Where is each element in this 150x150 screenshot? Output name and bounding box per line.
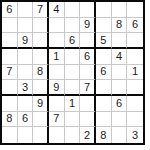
cell-r4c2[interactable]	[18, 49, 34, 65]
cell-r9c6[interactable]: 2	[80, 127, 96, 143]
cell-r7c2[interactable]	[18, 96, 34, 112]
cell-r1c5[interactable]	[65, 2, 81, 18]
cell-r1c8[interactable]	[112, 2, 128, 18]
cell-r9c2[interactable]	[18, 127, 34, 143]
cell-r7c5[interactable]: 1	[65, 96, 81, 112]
cell-r4c6[interactable]: 6	[80, 49, 96, 65]
cell-r8c7[interactable]	[96, 112, 112, 128]
cell-r9c8[interactable]	[112, 127, 128, 143]
cell-r3c5[interactable]: 6	[65, 33, 81, 49]
cell-r9c1[interactable]	[2, 127, 18, 143]
cell-r8c8[interactable]	[112, 112, 128, 128]
cell-r4c4[interactable]: 1	[49, 49, 65, 65]
cell-r3c9[interactable]	[127, 33, 143, 49]
cell-r7c7[interactable]	[96, 96, 112, 112]
cell-r6c6[interactable]: 7	[80, 80, 96, 96]
cell-r8c6[interactable]	[80, 112, 96, 128]
cell-r6c3[interactable]	[33, 80, 49, 96]
cell-r8c4[interactable]: 7	[49, 112, 65, 128]
sudoku-puzzle-image: 6749869651647861397916867283	[0, 0, 150, 150]
cell-r4c8[interactable]: 4	[112, 49, 128, 65]
cell-r7c9[interactable]	[127, 96, 143, 112]
cell-r7c3[interactable]: 9	[33, 96, 49, 112]
cell-r7c8[interactable]: 6	[112, 96, 128, 112]
cell-r3c1[interactable]	[2, 33, 18, 49]
cell-r6c8[interactable]	[112, 80, 128, 96]
cell-r4c1[interactable]	[2, 49, 18, 65]
cell-r9c7[interactable]: 8	[96, 127, 112, 143]
cell-r5c7[interactable]: 6	[96, 65, 112, 81]
cell-r8c5[interactable]	[65, 112, 81, 128]
cell-r2c6[interactable]: 9	[80, 18, 96, 34]
cell-r3c4[interactable]	[49, 33, 65, 49]
cell-r2c3[interactable]	[33, 18, 49, 34]
cell-r9c3[interactable]	[33, 127, 49, 143]
cell-r1c2[interactable]	[18, 2, 34, 18]
cell-r4c9[interactable]	[127, 49, 143, 65]
cell-r2c7[interactable]	[96, 18, 112, 34]
cell-r5c3[interactable]: 8	[33, 65, 49, 81]
cell-r1c9[interactable]	[127, 2, 143, 18]
cell-r1c7[interactable]	[96, 2, 112, 18]
cell-r3c2[interactable]: 9	[18, 33, 34, 49]
cell-r1c4[interactable]: 4	[49, 2, 65, 18]
cell-r6c2[interactable]: 3	[18, 80, 34, 96]
cell-r7c6[interactable]	[80, 96, 96, 112]
cell-r6c9[interactable]	[127, 80, 143, 96]
cell-r5c5[interactable]	[65, 65, 81, 81]
cell-r3c3[interactable]	[33, 33, 49, 49]
cell-r6c7[interactable]	[96, 80, 112, 96]
cell-r9c9[interactable]: 3	[127, 127, 143, 143]
cell-r8c9[interactable]	[127, 112, 143, 128]
cell-r2c5[interactable]	[65, 18, 81, 34]
cell-r1c1[interactable]: 6	[2, 2, 18, 18]
cell-r2c9[interactable]: 6	[127, 18, 143, 34]
cell-r3c6[interactable]	[80, 33, 96, 49]
cell-r2c1[interactable]	[2, 18, 18, 34]
cell-r3c8[interactable]	[112, 33, 128, 49]
cell-r7c1[interactable]	[2, 96, 18, 112]
cell-r5c6[interactable]	[80, 65, 96, 81]
cell-r4c5[interactable]	[65, 49, 81, 65]
cell-r5c8[interactable]	[112, 65, 128, 81]
cell-r2c2[interactable]	[18, 18, 34, 34]
cell-r2c8[interactable]: 8	[112, 18, 128, 34]
cell-r7c4[interactable]	[49, 96, 65, 112]
cell-r1c6[interactable]	[80, 2, 96, 18]
cell-r1c3[interactable]: 7	[33, 2, 49, 18]
cell-r5c2[interactable]	[18, 65, 34, 81]
cell-r4c3[interactable]	[33, 49, 49, 65]
cell-r3c7[interactable]: 5	[96, 33, 112, 49]
cell-r2c4[interactable]	[49, 18, 65, 34]
cell-r5c1[interactable]: 7	[2, 65, 18, 81]
cell-r9c4[interactable]	[49, 127, 65, 143]
cell-r5c4[interactable]	[49, 65, 65, 81]
cell-r8c3[interactable]	[33, 112, 49, 128]
cell-r9c5[interactable]	[65, 127, 81, 143]
sudoku-board: 6749869651647861397916867283	[0, 0, 145, 145]
cell-r8c2[interactable]: 6	[18, 112, 34, 128]
cell-r6c5[interactable]	[65, 80, 81, 96]
cell-r8c1[interactable]: 8	[2, 112, 18, 128]
cell-r6c4[interactable]: 9	[49, 80, 65, 96]
cell-r4c7[interactable]	[96, 49, 112, 65]
cell-r5c9[interactable]: 1	[127, 65, 143, 81]
cell-r6c1[interactable]	[2, 80, 18, 96]
